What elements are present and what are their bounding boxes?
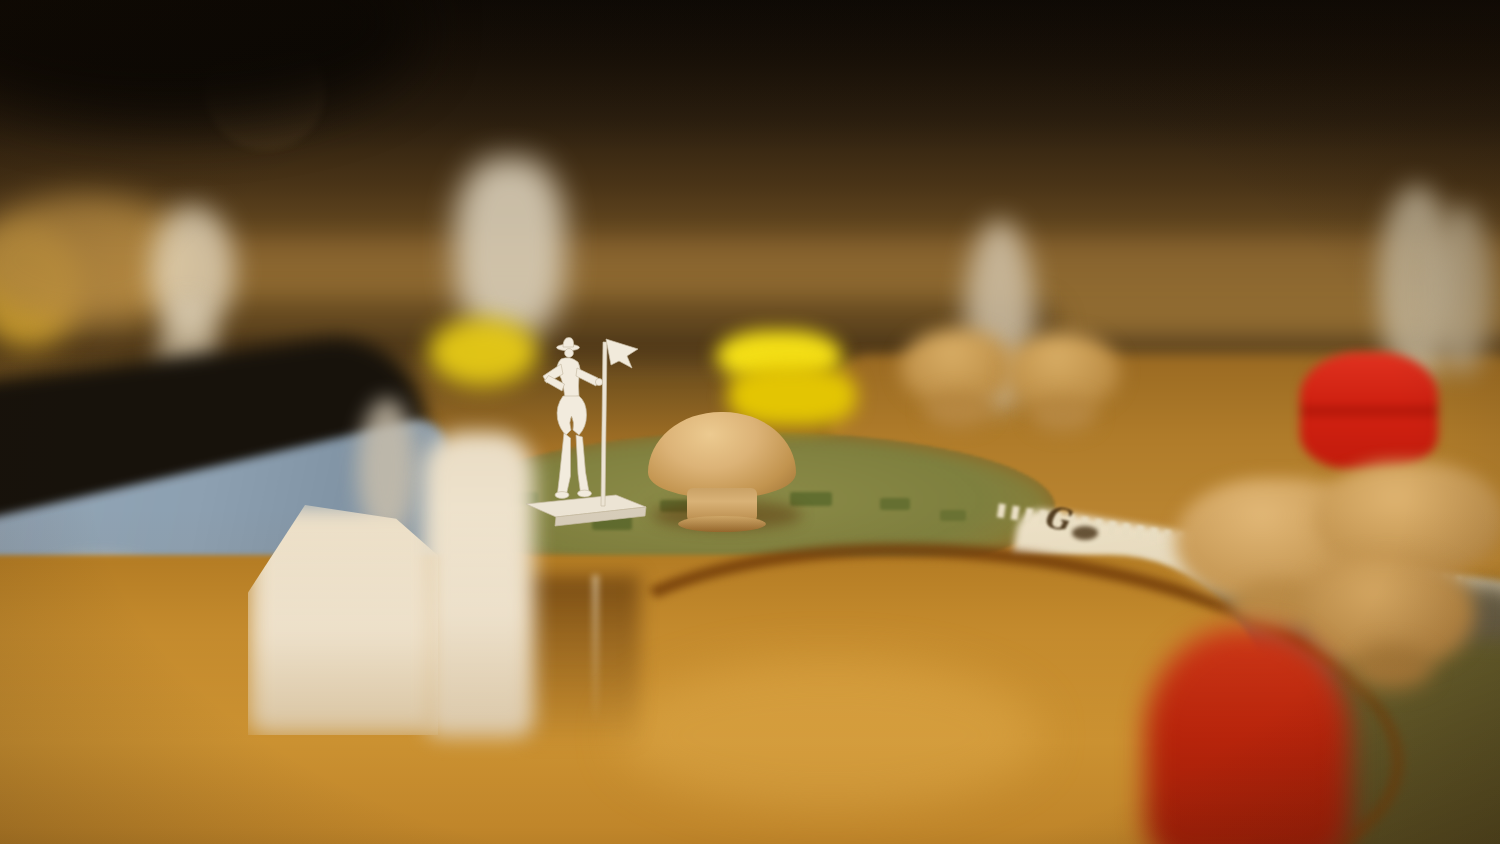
mushroom-stem-flare xyxy=(678,516,766,532)
land-highlight xyxy=(620,660,1040,810)
wooden-dome-mid-2-stem xyxy=(1030,396,1096,432)
knight-pole xyxy=(601,342,607,506)
map-glyph-ornament xyxy=(1072,526,1098,540)
mushroom-cap xyxy=(648,412,796,498)
city-building-icon xyxy=(790,492,832,506)
city-building-icon xyxy=(880,498,910,510)
knight-flag xyxy=(606,339,638,368)
top-left-dark-corner xyxy=(0,0,420,120)
mushroom-token[interactable] xyxy=(648,412,796,524)
city-building-icon xyxy=(940,510,966,521)
wooden-dome-mid-1-stem xyxy=(925,392,991,428)
white-meeples-top-right-2 xyxy=(1432,205,1492,375)
boardgame-photo-stage: G xyxy=(0,0,1500,844)
red-disc-foreground[interactable] xyxy=(1145,628,1350,844)
pole-reflection xyxy=(592,575,599,725)
red-disc-stack-right[interactable] xyxy=(1300,352,1438,470)
miniature-reflection xyxy=(520,575,640,750)
white-meeple-back-center[interactable] xyxy=(455,158,565,338)
knight-miniature[interactable] xyxy=(518,326,654,538)
wooden-dome-br-3-stem xyxy=(1352,645,1432,690)
